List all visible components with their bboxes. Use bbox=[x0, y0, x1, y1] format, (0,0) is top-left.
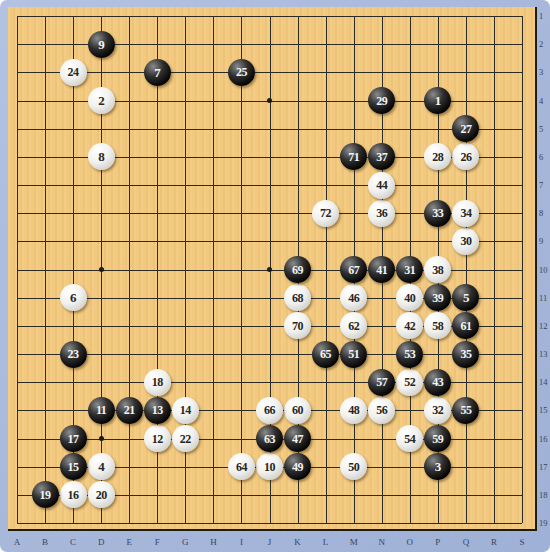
stone-black-67: 67 bbox=[340, 256, 367, 283]
row-label-5: 5 bbox=[539, 124, 550, 134]
stone-move-number: 42 bbox=[404, 320, 415, 332]
col-label-C: C bbox=[65, 537, 81, 547]
stone-move-number: 47 bbox=[292, 433, 303, 445]
stone-move-number: 70 bbox=[292, 320, 303, 332]
stone-move-number: 13 bbox=[152, 404, 163, 416]
stone-move-number: 43 bbox=[432, 376, 443, 388]
stone-white-34: 34 bbox=[452, 200, 479, 227]
stone-black-15: 15 bbox=[60, 453, 87, 480]
stone-move-number: 46 bbox=[348, 292, 359, 304]
stone-move-number: 30 bbox=[460, 235, 471, 247]
grid-vline bbox=[326, 16, 327, 523]
stone-move-number: 24 bbox=[68, 66, 79, 78]
stone-move-number: 1 bbox=[435, 94, 441, 107]
go-board-frame: 1234567891011121314151617181920212223242… bbox=[0, 0, 550, 552]
stone-white-14: 14 bbox=[172, 397, 199, 424]
col-label-S: S bbox=[514, 537, 530, 547]
stone-white-20: 20 bbox=[88, 481, 115, 508]
row-label-14: 14 bbox=[539, 377, 550, 387]
col-label-A: A bbox=[9, 537, 25, 547]
stone-black-47: 47 bbox=[284, 425, 311, 452]
stone-move-number: 41 bbox=[376, 264, 387, 276]
stone-white-72: 72 bbox=[312, 200, 339, 227]
stone-move-number: 28 bbox=[432, 151, 443, 163]
col-label-N: N bbox=[374, 537, 390, 547]
stone-move-number: 9 bbox=[98, 38, 104, 51]
col-label-L: L bbox=[318, 537, 334, 547]
col-label-O: O bbox=[402, 537, 418, 547]
col-label-B: B bbox=[37, 537, 53, 547]
grid-vline bbox=[522, 16, 523, 523]
stone-move-number: 7 bbox=[154, 66, 160, 79]
stone-move-number: 37 bbox=[376, 151, 387, 163]
col-label-J: J bbox=[262, 537, 278, 547]
stone-black-51: 51 bbox=[340, 341, 367, 368]
stone-black-19: 19 bbox=[32, 481, 59, 508]
stone-black-13: 13 bbox=[144, 397, 171, 424]
stone-move-number: 53 bbox=[404, 348, 415, 360]
stone-move-number: 20 bbox=[96, 489, 107, 501]
row-label-16: 16 bbox=[539, 434, 550, 444]
star-point bbox=[267, 267, 272, 272]
row-label-4: 4 bbox=[539, 96, 550, 106]
stone-white-66: 66 bbox=[256, 397, 283, 424]
stone-move-number: 14 bbox=[180, 404, 191, 416]
stone-move-number: 69 bbox=[292, 264, 303, 276]
grid-vline bbox=[466, 16, 467, 523]
stone-white-52: 52 bbox=[396, 369, 423, 396]
row-label-8: 8 bbox=[539, 208, 550, 218]
stone-move-number: 36 bbox=[376, 207, 387, 219]
col-label-K: K bbox=[290, 537, 306, 547]
stone-move-number: 22 bbox=[180, 433, 191, 445]
stone-move-number: 65 bbox=[320, 348, 331, 360]
col-label-G: G bbox=[177, 537, 193, 547]
stone-move-number: 12 bbox=[152, 433, 163, 445]
row-label-15: 15 bbox=[539, 405, 550, 415]
stone-move-number: 72 bbox=[320, 207, 331, 219]
grid-hline bbox=[17, 354, 522, 355]
stone-black-65: 65 bbox=[312, 341, 339, 368]
stone-move-number: 25 bbox=[236, 66, 247, 78]
stone-black-43: 43 bbox=[424, 369, 451, 396]
row-label-13: 13 bbox=[539, 349, 550, 359]
stone-move-number: 35 bbox=[460, 348, 471, 360]
row-label-10: 10 bbox=[539, 265, 550, 275]
stone-black-21: 21 bbox=[116, 397, 143, 424]
stone-move-number: 2 bbox=[98, 94, 104, 107]
stone-move-number: 21 bbox=[124, 404, 135, 416]
row-label-17: 17 bbox=[539, 462, 550, 472]
col-label-F: F bbox=[149, 537, 165, 547]
grid-hline bbox=[17, 523, 522, 524]
col-label-D: D bbox=[93, 537, 109, 547]
stone-move-number: 60 bbox=[292, 404, 303, 416]
stone-move-number: 17 bbox=[68, 433, 79, 445]
stone-move-number: 31 bbox=[404, 264, 415, 276]
stone-black-7: 7 bbox=[144, 59, 171, 86]
stone-move-number: 50 bbox=[348, 461, 359, 473]
stone-white-4: 4 bbox=[88, 453, 115, 480]
stone-move-number: 54 bbox=[404, 433, 415, 445]
stone-black-53: 53 bbox=[396, 341, 423, 368]
stone-white-2: 2 bbox=[88, 87, 115, 114]
stone-black-17: 17 bbox=[60, 425, 87, 452]
stone-move-number: 32 bbox=[432, 404, 443, 416]
stone-move-number: 64 bbox=[236, 461, 247, 473]
stone-white-8: 8 bbox=[88, 143, 115, 170]
stone-move-number: 52 bbox=[404, 376, 415, 388]
stone-move-number: 62 bbox=[348, 320, 359, 332]
grid-vline bbox=[494, 16, 495, 523]
stone-white-12: 12 bbox=[144, 425, 171, 452]
col-label-E: E bbox=[121, 537, 137, 547]
row-label-6: 6 bbox=[539, 152, 550, 162]
stone-move-number: 6 bbox=[70, 291, 76, 304]
stone-move-number: 26 bbox=[460, 151, 471, 163]
stone-white-16: 16 bbox=[60, 481, 87, 508]
stone-black-35: 35 bbox=[452, 341, 479, 368]
stone-white-60: 60 bbox=[284, 397, 311, 424]
stone-white-18: 18 bbox=[144, 369, 171, 396]
stone-move-number: 66 bbox=[264, 404, 275, 416]
row-label-18: 18 bbox=[539, 490, 550, 500]
row-label-1: 1 bbox=[539, 11, 550, 21]
star-point bbox=[267, 98, 272, 103]
stone-white-22: 22 bbox=[172, 425, 199, 452]
stone-move-number: 67 bbox=[348, 264, 359, 276]
stone-move-number: 55 bbox=[460, 404, 471, 416]
stone-white-48: 48 bbox=[340, 397, 367, 424]
stone-move-number: 63 bbox=[264, 433, 275, 445]
stone-move-number: 3 bbox=[435, 460, 441, 473]
row-label-7: 7 bbox=[539, 180, 550, 190]
stone-move-number: 57 bbox=[376, 376, 387, 388]
row-label-19: 19 bbox=[539, 518, 550, 528]
stone-move-number: 4 bbox=[98, 460, 104, 473]
row-label-9: 9 bbox=[539, 236, 550, 246]
stone-move-number: 33 bbox=[432, 207, 443, 219]
stone-move-number: 39 bbox=[432, 292, 443, 304]
stone-move-number: 27 bbox=[460, 123, 471, 135]
stone-move-number: 61 bbox=[460, 320, 471, 332]
row-label-11: 11 bbox=[539, 293, 550, 303]
col-label-H: H bbox=[205, 537, 221, 547]
stone-move-number: 18 bbox=[152, 376, 163, 388]
stone-move-number: 34 bbox=[460, 207, 471, 219]
row-label-12: 12 bbox=[539, 321, 550, 331]
stone-move-number: 16 bbox=[68, 489, 79, 501]
row-label-2: 2 bbox=[539, 39, 550, 49]
col-label-R: R bbox=[486, 537, 502, 547]
stone-black-57: 57 bbox=[368, 369, 395, 396]
stone-move-number: 15 bbox=[68, 461, 79, 473]
stone-white-24: 24 bbox=[60, 59, 87, 86]
stone-black-69: 69 bbox=[284, 256, 311, 283]
stone-move-number: 29 bbox=[376, 95, 387, 107]
col-label-P: P bbox=[430, 537, 446, 547]
stone-move-number: 51 bbox=[348, 348, 359, 360]
stone-move-number: 56 bbox=[376, 404, 387, 416]
stone-move-number: 38 bbox=[432, 264, 443, 276]
stone-white-32: 32 bbox=[424, 397, 451, 424]
stone-move-number: 49 bbox=[292, 461, 303, 473]
stone-black-33: 33 bbox=[424, 200, 451, 227]
stone-black-63: 63 bbox=[256, 425, 283, 452]
stone-move-number: 71 bbox=[348, 151, 359, 163]
stone-white-36: 36 bbox=[368, 200, 395, 227]
stone-move-number: 11 bbox=[96, 404, 106, 416]
stone-move-number: 48 bbox=[348, 404, 359, 416]
col-label-M: M bbox=[346, 537, 362, 547]
star-point bbox=[99, 436, 104, 441]
stone-move-number: 44 bbox=[376, 179, 387, 191]
stone-move-number: 59 bbox=[432, 433, 443, 445]
stone-white-64: 64 bbox=[228, 453, 255, 480]
stone-move-number: 5 bbox=[463, 291, 469, 304]
stone-move-number: 19 bbox=[40, 489, 51, 501]
col-label-I: I bbox=[233, 537, 249, 547]
stone-white-6: 6 bbox=[60, 284, 87, 311]
stone-move-number: 23 bbox=[68, 348, 79, 360]
star-point bbox=[99, 267, 104, 272]
stone-move-number: 58 bbox=[432, 320, 443, 332]
stone-black-23: 23 bbox=[60, 341, 87, 368]
stone-move-number: 68 bbox=[292, 292, 303, 304]
stone-move-number: 40 bbox=[404, 292, 415, 304]
stone-black-25: 25 bbox=[228, 59, 255, 86]
stone-move-number: 10 bbox=[264, 461, 275, 473]
stone-black-11: 11 bbox=[88, 397, 115, 424]
stone-black-9: 9 bbox=[88, 31, 115, 58]
col-label-Q: Q bbox=[458, 537, 474, 547]
stone-white-56: 56 bbox=[368, 397, 395, 424]
row-label-3: 3 bbox=[539, 67, 550, 77]
stone-white-44: 44 bbox=[368, 172, 395, 199]
stone-move-number: 8 bbox=[98, 150, 104, 163]
